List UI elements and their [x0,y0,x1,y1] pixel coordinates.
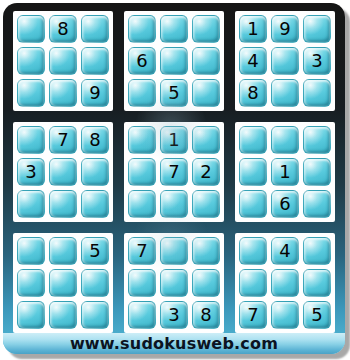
sudoku-cell-r7c4[interactable]: 7 [128,237,156,265]
sudoku-cell-r9c5[interactable]: 3 [160,301,188,329]
sudoku-cell-r1c5[interactable] [160,15,188,43]
given-digit: 8 [89,131,100,149]
sudoku-cell-r4c5[interactable]: 1 [160,126,188,154]
sudoku-cell-r2c1[interactable] [17,47,45,75]
sudoku-cell-r6c1[interactable] [17,190,45,218]
sudoku-box-r3c2: 738 [124,233,224,333]
sudoku-cell-r3c5[interactable]: 5 [160,79,188,107]
given-digit: 5 [168,84,179,102]
sudoku-cell-r8c9[interactable] [303,269,331,297]
sudoku-cell-r9c4[interactable] [128,301,156,329]
given-digit: 6 [279,195,290,213]
sudoku-cell-r2c3[interactable] [81,47,109,75]
given-digit: 7 [247,306,258,324]
given-digit: 7 [57,131,68,149]
sudoku-cell-r6c2[interactable] [49,190,77,218]
sudoku-cell-r9c6[interactable]: 8 [192,301,220,329]
given-digit: 8 [200,306,211,324]
website-url: www.sudokusweb.com [70,334,278,353]
sudoku-cell-r5c5[interactable]: 7 [160,158,188,186]
sudoku-cell-r6c5[interactable] [160,190,188,218]
given-digit: 5 [89,242,100,260]
sudoku-box-r1c2: 65 [124,11,224,111]
sudoku-cell-r2c9[interactable]: 3 [303,47,331,75]
sudoku-board: 896519438783172165738475 [13,11,335,333]
sudoku-cell-r7c7[interactable] [239,237,267,265]
sudoku-cell-r7c2[interactable] [49,237,77,265]
sudoku-cell-r8c4[interactable] [128,269,156,297]
sudoku-cell-r8c8[interactable] [271,269,299,297]
sudoku-cell-r1c6[interactable] [192,15,220,43]
sudoku-cell-r9c3[interactable] [81,301,109,329]
sudoku-cell-r3c9[interactable] [303,79,331,107]
given-digit: 4 [279,242,290,260]
sudoku-cell-r7c8[interactable]: 4 [271,237,299,265]
sudoku-cell-r1c4[interactable] [128,15,156,43]
sudoku-cell-r9c8[interactable] [271,301,299,329]
sudoku-cell-r3c2[interactable] [49,79,77,107]
given-digit: 3 [311,52,322,70]
sudoku-cell-r7c1[interactable] [17,237,45,265]
sudoku-cell-r6c9[interactable] [303,190,331,218]
sudoku-cell-r2c6[interactable] [192,47,220,75]
sudoku-cell-r4c9[interactable] [303,126,331,154]
board-frame: 896519438783172165738475 www.sudokusweb.… [3,3,345,354]
sudoku-cell-r5c9[interactable] [303,158,331,186]
sudoku-cell-r5c1[interactable]: 3 [17,158,45,186]
sudoku-cell-r2c4[interactable]: 6 [128,47,156,75]
sudoku-box-r2c3: 16 [235,122,335,222]
sudoku-cell-r5c2[interactable] [49,158,77,186]
sudoku-cell-r4c8[interactable] [271,126,299,154]
sudoku-cell-r9c1[interactable] [17,301,45,329]
sudoku-cell-r7c3[interactable]: 5 [81,237,109,265]
given-digit: 1 [247,20,258,38]
sudoku-cell-r4c3[interactable]: 8 [81,126,109,154]
sudoku-cell-r4c1[interactable] [17,126,45,154]
sudoku-cell-r4c7[interactable] [239,126,267,154]
sudoku-page: 896519438783172165738475 www.sudokusweb.… [0,0,350,360]
sudoku-box-r1c3: 19438 [235,11,335,111]
given-digit: 9 [279,20,290,38]
given-digit: 1 [168,131,179,149]
sudoku-cell-r1c8[interactable]: 9 [271,15,299,43]
given-digit: 6 [136,52,147,70]
sudoku-cell-r9c7[interactable]: 7 [239,301,267,329]
sudoku-cell-r1c2[interactable]: 8 [49,15,77,43]
sudoku-cell-r7c5[interactable] [160,237,188,265]
sudoku-cell-r5c7[interactable] [239,158,267,186]
sudoku-cell-r3c3[interactable]: 9 [81,79,109,107]
sudoku-cell-r5c3[interactable] [81,158,109,186]
sudoku-cell-r5c4[interactable] [128,158,156,186]
sudoku-cell-r1c1[interactable] [17,15,45,43]
sudoku-cell-r6c7[interactable] [239,190,267,218]
sudoku-cell-r6c4[interactable] [128,190,156,218]
sudoku-cell-r1c7[interactable]: 1 [239,15,267,43]
sudoku-cell-r9c9[interactable]: 5 [303,301,331,329]
given-digit: 5 [311,306,322,324]
sudoku-cell-r8c5[interactable] [160,269,188,297]
sudoku-cell-r6c3[interactable] [81,190,109,218]
sudoku-cell-r8c3[interactable] [81,269,109,297]
sudoku-cell-r8c6[interactable] [192,269,220,297]
sudoku-box-r2c1: 783 [13,122,113,222]
sudoku-cell-r2c2[interactable] [49,47,77,75]
sudoku-cell-r8c1[interactable] [17,269,45,297]
sudoku-cell-r3c7[interactable]: 8 [239,79,267,107]
sudoku-cell-r2c5[interactable] [160,47,188,75]
sudoku-cell-r3c6[interactable] [192,79,220,107]
sudoku-cell-r5c6[interactable]: 2 [192,158,220,186]
sudoku-cell-r4c2[interactable]: 7 [49,126,77,154]
sudoku-cell-r6c8[interactable]: 6 [271,190,299,218]
given-digit: 8 [247,84,258,102]
given-digit: 7 [136,242,147,260]
sudoku-cell-r9c2[interactable] [49,301,77,329]
given-digit: 4 [247,52,258,70]
sudoku-cell-r3c4[interactable] [128,79,156,107]
sudoku-cell-r2c8[interactable] [271,47,299,75]
given-digit: 1 [279,163,290,181]
sudoku-box-r3c1: 5 [13,233,113,333]
sudoku-box-r2c2: 172 [124,122,224,222]
sudoku-cell-r7c9[interactable] [303,237,331,265]
sudoku-cell-r8c7[interactable] [239,269,267,297]
footer-banner: www.sudokusweb.com [3,333,345,354]
sudoku-box-r3c3: 475 [235,233,335,333]
sudoku-cell-r1c3[interactable] [81,15,109,43]
sudoku-cell-r2c7[interactable]: 4 [239,47,267,75]
sudoku-box-r1c1: 89 [13,11,113,111]
sudoku-cell-r7c6[interactable] [192,237,220,265]
given-digit: 9 [89,84,100,102]
given-digit: 7 [168,163,179,181]
sudoku-cell-r8c2[interactable] [49,269,77,297]
sudoku-cell-r6c6[interactable] [192,190,220,218]
sudoku-cell-r5c8[interactable]: 1 [271,158,299,186]
sudoku-cell-r4c4[interactable] [128,126,156,154]
given-digit: 8 [57,20,68,38]
sudoku-cell-r3c8[interactable] [271,79,299,107]
sudoku-cell-r4c6[interactable] [192,126,220,154]
given-digit: 2 [200,163,211,181]
sudoku-cell-r1c9[interactable] [303,15,331,43]
given-digit: 3 [25,163,36,181]
sudoku-cell-r3c1[interactable] [17,79,45,107]
given-digit: 3 [168,306,179,324]
